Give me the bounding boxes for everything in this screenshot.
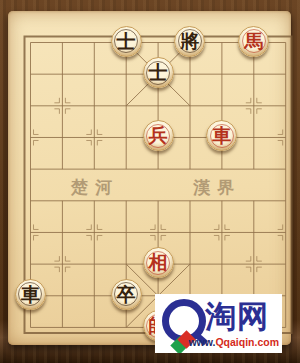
intersection-r1c0[interactable] [15, 58, 47, 90]
intersection-r4c2[interactable] [78, 153, 110, 185]
piece-red-elephant[interactable]: 相 [143, 247, 174, 278]
watermark-url: www.Qqaiqin.com [188, 336, 279, 348]
intersection-r7c2[interactable] [78, 248, 110, 280]
watermark: 淘网 www.Qqaiqin.com [155, 294, 282, 353]
intersection-r0c2[interactable] [78, 27, 110, 59]
intersection-r6c4[interactable] [142, 217, 174, 249]
watermark-brand: 淘网 [205, 296, 281, 338]
piece-glyph: 卒 [117, 285, 136, 304]
intersection-r3c4[interactable]: 兵 [142, 122, 174, 154]
intersection-r7c1[interactable] [46, 248, 78, 280]
intersection-r6c5[interactable] [174, 217, 206, 249]
intersection-r3c1[interactable] [46, 122, 78, 154]
intersection-r5c8[interactable] [270, 185, 300, 217]
intersection-r3c7[interactable] [238, 122, 270, 154]
intersection-r4c8[interactable] [270, 153, 300, 185]
intersection-r7c8[interactable] [270, 248, 300, 280]
intersection-r6c0[interactable] [15, 217, 47, 249]
intersection-r1c6[interactable] [206, 58, 238, 90]
piece-glyph: 車 [212, 126, 231, 145]
intersection-r9c0[interactable] [15, 312, 47, 344]
piece-red-horse[interactable]: 馬 [238, 26, 269, 57]
piece-black-advisor-2[interactable]: 士 [143, 57, 174, 88]
intersection-r2c3[interactable] [110, 90, 142, 122]
watermark-url-domain: Qqaiqin.com [215, 336, 279, 348]
piece-glyph: 士 [149, 63, 168, 82]
intersection-r8c1[interactable] [46, 280, 78, 312]
intersection-r4c1[interactable] [46, 153, 78, 185]
intersection-r0c1[interactable] [46, 27, 78, 59]
intersection-r5c3[interactable] [110, 185, 142, 217]
intersection-r3c2[interactable] [78, 122, 110, 154]
piece-glyph: 士 [117, 32, 136, 51]
intersection-r3c6[interactable]: 車 [206, 122, 238, 154]
piece-black-chariot[interactable]: 車 [15, 279, 46, 310]
xiangqi-app: 楚河 漢界 士將馬士兵車相車卒帥 淘网 www.Qqaiqin.com [0, 0, 300, 363]
intersection-r0c6[interactable] [206, 27, 238, 59]
intersection-r3c0[interactable] [15, 122, 47, 154]
intersection-r1c1[interactable] [46, 58, 78, 90]
intersection-r8c2[interactable] [78, 280, 110, 312]
piece-black-general[interactable]: 將 [174, 26, 205, 57]
watermark-url-www: www. [188, 336, 215, 348]
intersection-r5c0[interactable] [15, 185, 47, 217]
intersection-r8c0[interactable]: 車 [15, 280, 47, 312]
piece-glyph: 車 [21, 285, 40, 304]
intersection-r9c1[interactable] [46, 312, 78, 344]
intersection-r3c8[interactable] [270, 122, 300, 154]
intersection-r1c4[interactable]: 士 [142, 58, 174, 90]
intersection-r0c4[interactable] [142, 27, 174, 59]
intersection-r1c8[interactable] [270, 58, 300, 90]
intersection-r1c5[interactable] [174, 58, 206, 90]
intersection-r6c1[interactable] [46, 217, 78, 249]
intersection-r4c3[interactable] [110, 153, 142, 185]
intersection-r0c8[interactable] [270, 27, 300, 59]
intersection-r9c3[interactable] [110, 312, 142, 344]
piece-glyph: 兵 [149, 126, 168, 145]
intersection-r5c4[interactable] [142, 185, 174, 217]
intersection-r7c7[interactable] [238, 248, 270, 280]
intersection-r1c2[interactable] [78, 58, 110, 90]
intersection-r6c2[interactable] [78, 217, 110, 249]
intersection-r9c2[interactable] [78, 312, 110, 344]
intersection-r6c6[interactable] [206, 217, 238, 249]
piece-red-chariot[interactable]: 車 [206, 120, 237, 151]
intersection-r6c7[interactable] [238, 217, 270, 249]
intersection-r5c6[interactable] [206, 185, 238, 217]
intersection-r2c2[interactable] [78, 90, 110, 122]
intersection-r4c7[interactable] [238, 153, 270, 185]
intersection-r8c3[interactable]: 卒 [110, 280, 142, 312]
piece-glyph: 馬 [244, 32, 263, 51]
intersection-r2c4[interactable] [142, 90, 174, 122]
intersection-r7c4[interactable]: 相 [142, 248, 174, 280]
intersection-r4c4[interactable] [142, 153, 174, 185]
intersection-r0c0[interactable] [15, 27, 47, 59]
intersection-r1c7[interactable] [238, 58, 270, 90]
intersection-r2c8[interactable] [270, 90, 300, 122]
piece-red-soldier[interactable]: 兵 [143, 120, 174, 151]
intersection-r4c0[interactable] [15, 153, 47, 185]
intersection-r0c3[interactable]: 士 [110, 27, 142, 59]
intersection-r5c7[interactable] [238, 185, 270, 217]
intersection-r5c5[interactable] [174, 185, 206, 217]
piece-black-soldier[interactable]: 卒 [111, 279, 142, 310]
intersection-r2c5[interactable] [174, 90, 206, 122]
intersection-r6c8[interactable] [270, 217, 300, 249]
intersection-r1c3[interactable] [110, 58, 142, 90]
intersection-r5c2[interactable] [78, 185, 110, 217]
intersection-r5c1[interactable] [46, 185, 78, 217]
piece-black-advisor[interactable]: 士 [111, 26, 142, 57]
intersection-r6c3[interactable] [110, 217, 142, 249]
intersection-r4c6[interactable] [206, 153, 238, 185]
intersection-r0c7[interactable]: 馬 [238, 27, 270, 59]
intersection-r0c5[interactable]: 將 [174, 27, 206, 59]
piece-glyph: 將 [180, 32, 199, 51]
intersection-r3c3[interactable] [110, 122, 142, 154]
intersection-r3c5[interactable] [174, 122, 206, 154]
intersection-r7c0[interactable] [15, 248, 47, 280]
intersection-r2c7[interactable] [238, 90, 270, 122]
intersection-r7c3[interactable] [110, 248, 142, 280]
intersection-r4c5[interactable] [174, 153, 206, 185]
piece-glyph: 相 [149, 253, 168, 272]
intersection-r2c0[interactable] [15, 90, 47, 122]
intersection-r7c5[interactable] [174, 248, 206, 280]
intersection-r2c1[interactable] [46, 90, 78, 122]
intersection-r7c6[interactable] [206, 248, 238, 280]
intersection-r2c6[interactable] [206, 90, 238, 122]
